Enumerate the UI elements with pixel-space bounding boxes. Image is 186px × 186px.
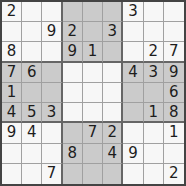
cell-r9c1-empty[interactable] (2, 164, 22, 184)
cell-r1c9-empty[interactable] (164, 2, 184, 22)
cell-r9c3-given-7[interactable]: 7 (42, 164, 62, 184)
cell-r8c9-empty[interactable] (164, 144, 184, 164)
cell-r4c7-given-4[interactable]: 4 (123, 63, 143, 83)
cell-r5c9-given-6[interactable]: 6 (164, 83, 184, 103)
cell-r3c7-empty[interactable] (123, 42, 143, 62)
cell-r1c2-empty[interactable] (22, 2, 42, 22)
cell-r7c9-given-1[interactable]: 1 (164, 123, 184, 143)
cell-r7c1-given-9[interactable]: 9 (2, 123, 22, 143)
cell-r7c4-empty[interactable] (63, 123, 83, 143)
cell-r2c3-given-9[interactable]: 9 (42, 22, 62, 42)
cell-r7c3-empty[interactable] (42, 123, 62, 143)
cell-r1c1-given-2[interactable]: 2 (2, 2, 22, 22)
cell-r4c4-empty[interactable] (63, 63, 83, 83)
cell-r2c1-empty[interactable] (2, 22, 22, 42)
cell-r2c9-empty[interactable] (164, 22, 184, 42)
cell-r4c2-given-6[interactable]: 6 (22, 63, 42, 83)
cell-r1c5-empty[interactable] (83, 2, 103, 22)
cell-r2c7-empty[interactable] (123, 22, 143, 42)
cell-r2c8-empty[interactable] (144, 22, 164, 42)
cell-r6c4-empty[interactable] (63, 103, 83, 123)
cell-r5c4-empty[interactable] (63, 83, 83, 103)
cell-r3c2-empty[interactable] (22, 42, 42, 62)
cell-r4c6-empty[interactable] (103, 63, 123, 83)
cell-r6c1-given-4[interactable]: 4 (2, 103, 22, 123)
cell-r4c8-given-3[interactable]: 3 (144, 63, 164, 83)
cell-r2c2-empty[interactable] (22, 22, 42, 42)
cell-r6c6-empty[interactable] (103, 103, 123, 123)
cell-r9c9-given-2[interactable]: 2 (164, 164, 184, 184)
cell-r9c6-empty[interactable] (103, 164, 123, 184)
cell-r5c8-empty[interactable] (144, 83, 164, 103)
cell-r3c9-given-7[interactable]: 7 (164, 42, 184, 62)
cell-r3c4-given-9[interactable]: 9 (63, 42, 83, 62)
cell-r4c3-empty[interactable] (42, 63, 62, 83)
cell-r9c4-empty[interactable] (63, 164, 83, 184)
cell-r3c5-given-1[interactable]: 1 (83, 42, 103, 62)
cell-r4c9-given-9[interactable]: 9 (164, 63, 184, 83)
cell-r6c5-empty[interactable] (83, 103, 103, 123)
cell-r8c3-empty[interactable] (42, 144, 62, 164)
cell-r4c1-given-7[interactable]: 7 (2, 63, 22, 83)
cell-r8c6-given-4[interactable]: 4 (103, 144, 123, 164)
cell-r7c6-given-2[interactable]: 2 (103, 123, 123, 143)
cell-r2c5-empty[interactable] (83, 22, 103, 42)
cell-r9c8-empty[interactable] (144, 164, 164, 184)
cell-r5c3-empty[interactable] (42, 83, 62, 103)
cell-r7c8-empty[interactable] (144, 123, 164, 143)
cell-r8c7-given-9[interactable]: 9 (123, 144, 143, 164)
cell-r6c8-given-1[interactable]: 1 (144, 103, 164, 123)
cell-r8c2-empty[interactable] (22, 144, 42, 164)
cell-r6c9-given-8[interactable]: 8 (164, 103, 184, 123)
cell-r1c4-empty[interactable] (63, 2, 83, 22)
cell-r4c5-empty[interactable] (83, 63, 103, 83)
cell-r2c6-given-3[interactable]: 3 (103, 22, 123, 42)
cell-r1c7-given-3[interactable]: 3 (123, 2, 143, 22)
cell-r5c1-given-1[interactable]: 1 (2, 83, 22, 103)
cell-r8c4-given-8[interactable]: 8 (63, 144, 83, 164)
sudoku-board: 23923891277643916453189472184972 (0, 0, 186, 186)
cell-r7c7-empty[interactable] (123, 123, 143, 143)
cell-r1c6-empty[interactable] (103, 2, 123, 22)
cell-r5c7-empty[interactable] (123, 83, 143, 103)
cell-r1c8-empty[interactable] (144, 2, 164, 22)
cell-r5c6-empty[interactable] (103, 83, 123, 103)
cell-r3c6-empty[interactable] (103, 42, 123, 62)
cell-r7c2-given-4[interactable]: 4 (22, 123, 42, 143)
cell-r6c2-given-5[interactable]: 5 (22, 103, 42, 123)
cell-r9c2-empty[interactable] (22, 164, 42, 184)
cell-r7c5-given-7[interactable]: 7 (83, 123, 103, 143)
cell-r8c5-empty[interactable] (83, 144, 103, 164)
cell-r1c3-empty[interactable] (42, 2, 62, 22)
cell-r5c5-empty[interactable] (83, 83, 103, 103)
cell-r6c3-given-3[interactable]: 3 (42, 103, 62, 123)
cell-r9c7-empty[interactable] (123, 164, 143, 184)
cell-r6c7-empty[interactable] (123, 103, 143, 123)
cell-r3c3-empty[interactable] (42, 42, 62, 62)
cell-r8c1-empty[interactable] (2, 144, 22, 164)
cell-r8c8-empty[interactable] (144, 144, 164, 164)
cell-r2c4-given-2[interactable]: 2 (63, 22, 83, 42)
cell-r3c1-given-8[interactable]: 8 (2, 42, 22, 62)
cell-r9c5-empty[interactable] (83, 164, 103, 184)
cell-r3c8-given-2[interactable]: 2 (144, 42, 164, 62)
cell-r5c2-empty[interactable] (22, 83, 42, 103)
